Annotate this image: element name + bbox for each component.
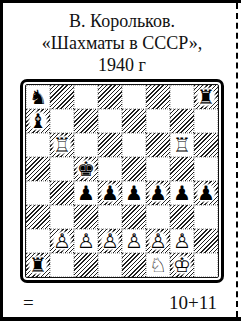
title-author: В. Корольков. bbox=[3, 10, 241, 32]
dashed-cut-line bbox=[236, 3, 238, 317]
square-g1: ♔ bbox=[170, 253, 194, 277]
square-g2: ♙ bbox=[170, 229, 194, 253]
square-a8: ♞ bbox=[26, 85, 50, 109]
square-b4 bbox=[50, 181, 74, 205]
square-a1: ♜ bbox=[26, 253, 50, 277]
square-e6 bbox=[122, 133, 146, 157]
square-f2: ♙ bbox=[146, 229, 170, 253]
chess-board-frame: ♞♜♝♖♖♚♟♟♟♟♟♟♙♙♙♙♙♙♜♘♔ bbox=[20, 79, 224, 283]
square-g6: ♖ bbox=[170, 133, 194, 157]
square-e3 bbox=[122, 205, 146, 229]
chess-board: ♞♜♝♖♖♚♟♟♟♟♟♟♙♙♙♙♙♙♜♘♔ bbox=[25, 84, 219, 278]
square-g5 bbox=[170, 157, 194, 181]
square-f3 bbox=[146, 205, 170, 229]
black-knight-a8: ♞ bbox=[27, 86, 49, 108]
square-e4: ♟ bbox=[122, 181, 146, 205]
square-b1 bbox=[50, 253, 74, 277]
black-king-c5: ♚ bbox=[75, 158, 97, 180]
square-a7: ♝ bbox=[26, 109, 50, 133]
square-a4 bbox=[26, 181, 50, 205]
square-b5 bbox=[50, 157, 74, 181]
square-b3 bbox=[50, 205, 74, 229]
black-pawn-c4: ♟ bbox=[75, 182, 97, 204]
square-d2: ♙ bbox=[98, 229, 122, 253]
material-count: 10+11 bbox=[169, 292, 217, 314]
square-h3 bbox=[194, 205, 218, 229]
square-h5 bbox=[194, 157, 218, 181]
square-b8 bbox=[50, 85, 74, 109]
square-c8 bbox=[74, 85, 98, 109]
black-pawn-f4: ♟ bbox=[147, 182, 169, 204]
diagram-caption: = 10+11 bbox=[3, 283, 241, 314]
square-h4: ♟ bbox=[194, 181, 218, 205]
square-g3 bbox=[170, 205, 194, 229]
black-bishop-a7: ♝ bbox=[27, 110, 49, 132]
square-d5 bbox=[98, 157, 122, 181]
square-a3 bbox=[26, 205, 50, 229]
black-pawn-g4: ♟ bbox=[171, 182, 193, 204]
square-d8 bbox=[98, 85, 122, 109]
white-pawn-b2: ♙ bbox=[51, 230, 73, 252]
square-h8: ♜ bbox=[194, 85, 218, 109]
black-pawn-d4: ♟ bbox=[99, 182, 121, 204]
white-pawn-f2: ♙ bbox=[147, 230, 169, 252]
square-g8 bbox=[170, 85, 194, 109]
stipulation-draw: = bbox=[23, 292, 34, 314]
square-a2 bbox=[26, 229, 50, 253]
square-d6 bbox=[98, 133, 122, 157]
white-pawn-d2: ♙ bbox=[99, 230, 121, 252]
square-c5: ♚ bbox=[74, 157, 98, 181]
white-knight-f1: ♘ bbox=[147, 254, 169, 276]
square-c1 bbox=[74, 253, 98, 277]
square-c6 bbox=[74, 133, 98, 157]
white-rook-g6: ♖ bbox=[171, 134, 193, 156]
black-pawn-h4: ♟ bbox=[195, 182, 217, 204]
square-f1: ♘ bbox=[146, 253, 170, 277]
square-b7 bbox=[50, 109, 74, 133]
square-g4: ♟ bbox=[170, 181, 194, 205]
white-pawn-g2: ♙ bbox=[171, 230, 193, 252]
square-d3 bbox=[98, 205, 122, 229]
square-e2: ♙ bbox=[122, 229, 146, 253]
square-e8 bbox=[122, 85, 146, 109]
square-b6: ♖ bbox=[50, 133, 74, 157]
black-rook-h8: ♜ bbox=[195, 86, 217, 108]
square-c7 bbox=[74, 109, 98, 133]
square-f4: ♟ bbox=[146, 181, 170, 205]
square-a6 bbox=[26, 133, 50, 157]
square-e5 bbox=[122, 157, 146, 181]
study-title: В. Корольков. «Шахматы в СССР», 1940 г bbox=[3, 3, 241, 76]
square-e7 bbox=[122, 109, 146, 133]
title-year: 1940 г bbox=[3, 54, 241, 76]
square-c3 bbox=[74, 205, 98, 229]
study-diagram-page: В. Корольков. «Шахматы в СССР», 1940 г ♞… bbox=[0, 0, 241, 321]
square-h2 bbox=[194, 229, 218, 253]
square-d1 bbox=[98, 253, 122, 277]
square-h7 bbox=[194, 109, 218, 133]
white-pawn-c2: ♙ bbox=[75, 230, 97, 252]
black-pawn-e4: ♟ bbox=[123, 182, 145, 204]
square-f7 bbox=[146, 109, 170, 133]
white-king-g1: ♔ bbox=[171, 254, 193, 276]
title-source: «Шахматы в СССР», bbox=[3, 32, 241, 54]
square-f5 bbox=[146, 157, 170, 181]
board-grid: ♞♜♝♖♖♚♟♟♟♟♟♟♙♙♙♙♙♙♜♘♔ bbox=[26, 85, 218, 277]
square-d7 bbox=[98, 109, 122, 133]
square-c2: ♙ bbox=[74, 229, 98, 253]
square-h6 bbox=[194, 133, 218, 157]
square-f6 bbox=[146, 133, 170, 157]
square-d4: ♟ bbox=[98, 181, 122, 205]
square-f8 bbox=[146, 85, 170, 109]
square-e1 bbox=[122, 253, 146, 277]
square-a5 bbox=[26, 157, 50, 181]
square-h1 bbox=[194, 253, 218, 277]
black-rook-a1: ♜ bbox=[27, 254, 49, 276]
white-rook-b6: ♖ bbox=[51, 134, 73, 156]
white-pawn-e2: ♙ bbox=[123, 230, 145, 252]
square-g7 bbox=[170, 109, 194, 133]
square-c4: ♟ bbox=[74, 181, 98, 205]
square-b2: ♙ bbox=[50, 229, 74, 253]
